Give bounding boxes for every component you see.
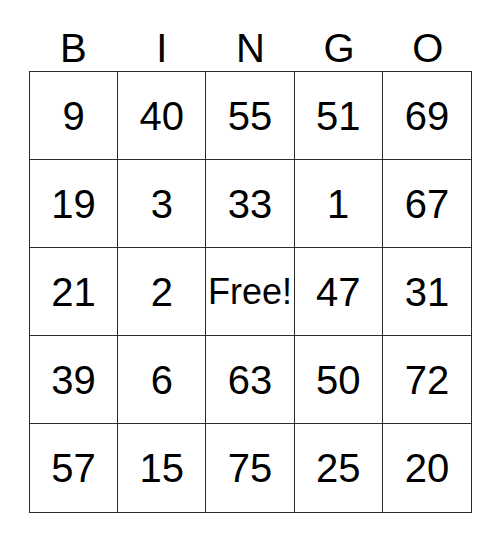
header-letter-g: G (295, 0, 384, 71)
bingo-grid: 9 40 55 51 69 19 3 33 1 67 21 2 Free! 47… (29, 71, 472, 513)
cell-r3c3[interactable]: 50 (295, 336, 383, 424)
cell-r4c1[interactable]: 15 (118, 424, 206, 512)
cell-r3c4[interactable]: 72 (383, 336, 471, 424)
cell-r0c2[interactable]: 55 (206, 72, 294, 160)
cell-r1c4[interactable]: 67 (383, 160, 471, 248)
cell-r1c0[interactable]: 19 (30, 160, 118, 248)
cell-free[interactable]: Free! (206, 248, 294, 336)
cell-r3c0[interactable]: 39 (30, 336, 118, 424)
cell-r4c2[interactable]: 75 (206, 424, 294, 512)
bingo-card: B I N G O 9 40 55 51 69 19 3 33 1 67 21 … (29, 0, 472, 513)
cell-r4c0[interactable]: 57 (30, 424, 118, 512)
header-letter-b: B (29, 0, 118, 71)
bingo-header: B I N G O (29, 0, 472, 71)
cell-r2c4[interactable]: 31 (383, 248, 471, 336)
cell-r1c1[interactable]: 3 (118, 160, 206, 248)
cell-r0c3[interactable]: 51 (295, 72, 383, 160)
cell-r2c3[interactable]: 47 (295, 248, 383, 336)
cell-r3c1[interactable]: 6 (118, 336, 206, 424)
cell-r0c0[interactable]: 9 (30, 72, 118, 160)
cell-r3c2[interactable]: 63 (206, 336, 294, 424)
header-letter-i: I (118, 0, 207, 71)
cell-r1c2[interactable]: 33 (206, 160, 294, 248)
cell-r2c1[interactable]: 2 (118, 248, 206, 336)
header-letter-o: O (383, 0, 472, 71)
cell-r4c4[interactable]: 20 (383, 424, 471, 512)
cell-r1c3[interactable]: 1 (295, 160, 383, 248)
cell-r2c0[interactable]: 21 (30, 248, 118, 336)
cell-r0c4[interactable]: 69 (383, 72, 471, 160)
cell-r4c3[interactable]: 25 (295, 424, 383, 512)
cell-r0c1[interactable]: 40 (118, 72, 206, 160)
header-letter-n: N (206, 0, 295, 71)
